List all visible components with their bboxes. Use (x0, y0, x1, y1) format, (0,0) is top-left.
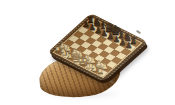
clasp-pin-right (136, 30, 141, 34)
white-rook-piece[interactable]: ♜ (95, 67, 106, 76)
chess-set-product-photo[interactable]: ♜♞♝♛♚♝♞♜♟♟♟♟♟♟♟♟♟♟♟♟♟♟♟♟♜♞♝♛♚♝♞♜ (0, 0, 175, 105)
